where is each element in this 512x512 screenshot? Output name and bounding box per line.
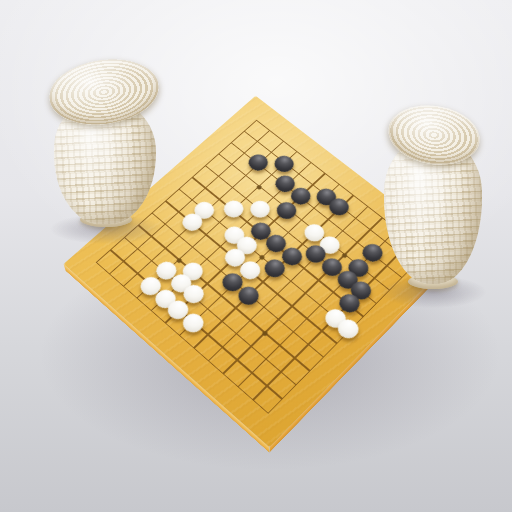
black-stone xyxy=(245,151,272,174)
white-stone xyxy=(220,196,248,220)
stone-bowl-right xyxy=(382,106,488,312)
white-stone xyxy=(164,296,193,322)
black-stone xyxy=(346,277,375,303)
white-stone xyxy=(167,271,196,297)
white-stone xyxy=(179,281,208,307)
white-stone xyxy=(334,316,363,343)
black-stone xyxy=(218,270,247,295)
black-stone xyxy=(335,290,364,316)
white-stone xyxy=(179,259,207,284)
black-stone xyxy=(333,267,362,292)
white-stone xyxy=(152,286,181,312)
stone-bowl-left xyxy=(48,56,164,252)
go-scene xyxy=(0,0,512,512)
black-stone xyxy=(271,152,298,175)
white-stone xyxy=(246,197,274,221)
white-stone xyxy=(152,258,180,283)
